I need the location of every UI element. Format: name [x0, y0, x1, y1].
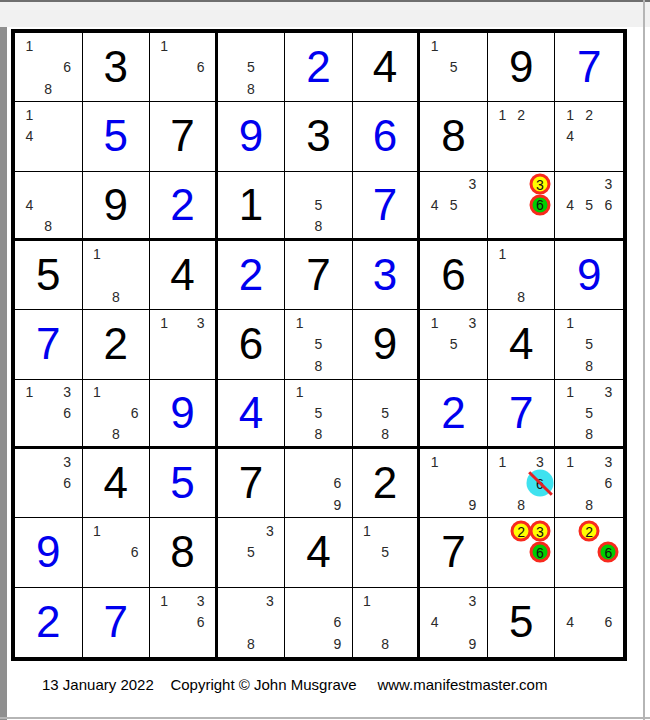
given-digit-r4c3[interactable]: 4: [150, 241, 218, 310]
candidate-3: 3: [463, 174, 482, 195]
green-circle-icon: 6: [530, 542, 551, 563]
cell-r1c3[interactable]: 16: [150, 33, 218, 102]
cell-r3c9[interactable]: 3456: [555, 172, 623, 241]
cell-r1c1[interactable]: 168: [15, 33, 83, 102]
cell-r5c3[interactable]: 13: [150, 310, 218, 379]
candidate-8: 8: [580, 423, 599, 444]
candidate-2-highlight-yellow: 2: [580, 520, 599, 541]
cell-r7c5[interactable]: 69: [285, 449, 353, 518]
candidate-5: 5: [444, 56, 463, 77]
candidate-1: 1: [358, 520, 376, 541]
candidate-3: 3: [58, 382, 77, 403]
candidate-1: 1: [88, 382, 107, 403]
solved-digit-r2c6[interactable]: 6: [353, 102, 421, 171]
candidate-1: 1: [560, 451, 579, 472]
cell-r8c9[interactable]: 26: [555, 518, 623, 587]
candidate-6-highlight-cyan: 6: [531, 472, 550, 493]
given-digit-r5c2[interactable]: 2: [83, 310, 151, 379]
candidate-1: 1: [88, 520, 107, 541]
candidate-6: 6: [191, 611, 209, 633]
candidate-8: 8: [39, 215, 58, 236]
yellow-circle-icon: 3: [530, 174, 551, 195]
cell-r8c4[interactable]: 35: [218, 518, 286, 587]
candidate-2: 2: [580, 104, 599, 125]
cell-r2c1[interactable]: 14: [15, 102, 83, 171]
cell-r3c8[interactable]: 36: [488, 172, 556, 241]
cell-r8c6[interactable]: 15: [353, 518, 421, 587]
given-digit-r8c5[interactable]: 4: [285, 518, 353, 587]
candidate-5: 5: [444, 194, 463, 215]
candidate-1: 1: [290, 382, 309, 403]
solved-digit-r4c4[interactable]: 2: [218, 241, 286, 310]
candidate-6: 6: [599, 194, 618, 215]
cell-r9c9[interactable]: 46: [555, 588, 623, 657]
yellow-circle-icon: 2: [511, 521, 532, 542]
candidate-1: 1: [425, 312, 444, 333]
cell-r5c5[interactable]: 158: [285, 310, 353, 379]
candidate-1: 1: [155, 590, 173, 612]
solved-digit-r3c6[interactable]: 7: [353, 172, 421, 241]
candidate-3-highlight-yellow: 3: [531, 520, 550, 541]
candidate-1: 1: [560, 104, 579, 125]
cell-r6c1[interactable]: 136: [15, 380, 83, 449]
candidate-3: 3: [599, 451, 618, 472]
candidate-6: 6: [599, 472, 618, 493]
solved-digit-r4c6[interactable]: 3: [353, 241, 421, 310]
candidate-8: 8: [309, 423, 328, 444]
candidate-1: 1: [155, 312, 173, 333]
candidate-8: 8: [39, 78, 58, 99]
solved-digit-r9c1[interactable]: 2: [15, 588, 83, 657]
solved-digit-r1c9[interactable]: 7: [555, 33, 623, 102]
candidate-9: 9: [463, 633, 482, 655]
candidate-6-highlight-green: 6: [599, 542, 618, 563]
candidate-3: 3: [599, 174, 618, 195]
candidate-4: 4: [560, 126, 579, 147]
given-digit-r5c6[interactable]: 9: [353, 310, 421, 379]
given-digit-r2c5[interactable]: 3: [285, 102, 353, 171]
candidate-5: 5: [309, 334, 328, 355]
candidate-6-highlight-green: 6: [531, 542, 550, 563]
candidate-5: 5: [376, 402, 394, 423]
candidate-3-highlight-yellow: 3: [531, 174, 550, 195]
solved-digit-r1c5[interactable]: 2: [285, 33, 353, 102]
given-digit-r2c7[interactable]: 8: [420, 102, 488, 171]
yellow-circle-icon: 3: [530, 521, 551, 542]
candidate-3: 3: [463, 590, 482, 612]
window-bottom-edge: [0, 717, 650, 719]
given-digit-r1c8[interactable]: 9: [488, 33, 556, 102]
cell-r7c8[interactable]: 1368: [488, 449, 556, 518]
given-digit-r7c4[interactable]: 7: [218, 449, 286, 518]
cell-r7c7[interactable]: 19: [420, 449, 488, 518]
candidate-1: 1: [290, 312, 309, 333]
candidate-8: 8: [309, 215, 328, 236]
candidate-5: 5: [580, 402, 599, 423]
cell-r6c2[interactable]: 168: [83, 380, 151, 449]
window-left-edge: [0, 27, 7, 720]
cell-r9c3[interactable]: 136: [150, 588, 218, 657]
candidate-8: 8: [106, 423, 125, 444]
candidate-3: 3: [260, 520, 279, 541]
solved-digit-r5c1[interactable]: 7: [15, 310, 83, 379]
candidate-8: 8: [242, 633, 261, 655]
candidate-6: 6: [58, 402, 77, 423]
cyan-circle-icon: 6: [527, 470, 554, 497]
candidate-4: 4: [560, 194, 579, 215]
given-digit-r4c5[interactable]: 7: [285, 241, 353, 310]
cell-r2c8[interactable]: 12: [488, 102, 556, 171]
candidate-6: 6: [599, 611, 618, 633]
candidate-6: 6: [328, 611, 347, 633]
solved-digit-r6c7[interactable]: 2: [420, 380, 488, 449]
candidate-3: 3: [599, 382, 618, 403]
candidate-4: 4: [20, 126, 39, 147]
solved-digit-r6c8[interactable]: 7: [488, 380, 556, 449]
candidate-8: 8: [512, 494, 531, 515]
cell-r7c9[interactable]: 1368: [555, 449, 623, 518]
given-digit-r5c8[interactable]: 4: [488, 310, 556, 379]
candidate-4: 4: [425, 611, 444, 633]
given-digit-r4c7[interactable]: 6: [420, 241, 488, 310]
solved-digit-r7c3[interactable]: 5: [150, 449, 218, 518]
cell-r4c2[interactable]: 18: [83, 241, 151, 310]
solved-digit-r2c2[interactable]: 5: [83, 102, 151, 171]
candidate-8: 8: [309, 355, 328, 376]
cell-r6c5[interactable]: 158: [285, 380, 353, 449]
cell-r4c8[interactable]: 18: [488, 241, 556, 310]
candidate-1: 1: [20, 104, 39, 125]
given-digit-r4c1[interactable]: 5: [15, 241, 83, 310]
candidate-6: 6: [125, 402, 144, 423]
cell-r9c4[interactable]: 38: [218, 588, 286, 657]
candidate-1: 1: [20, 35, 39, 56]
candidate-2-highlight-yellow: 2: [512, 520, 531, 541]
cell-r6c6[interactable]: 58: [353, 380, 421, 449]
given-digit-r3c2[interactable]: 9: [83, 172, 151, 241]
solved-digit-r6c3[interactable]: 9: [150, 380, 218, 449]
candidate-6: 6: [58, 472, 77, 493]
given-digit-r5c4[interactable]: 6: [218, 310, 286, 379]
candidate-1: 1: [358, 590, 376, 612]
candidate-1: 1: [425, 451, 444, 472]
candidate-1: 1: [20, 382, 39, 403]
candidate-4: 4: [20, 194, 39, 215]
candidate-5: 5: [309, 194, 328, 215]
candidate-1: 1: [88, 243, 107, 264]
cell-r3c1[interactable]: 48: [15, 172, 83, 241]
given-digit-r8c7[interactable]: 7: [420, 518, 488, 587]
given-digit-r7c6[interactable]: 2: [353, 449, 421, 518]
cell-r8c2[interactable]: 16: [83, 518, 151, 587]
candidate-8: 8: [376, 633, 394, 655]
candidate-6-highlight-green: 6: [531, 194, 550, 215]
sudoku-board: 1683165824159714579368121244892158734536…: [11, 29, 627, 661]
given-digit-r8c3[interactable]: 8: [150, 518, 218, 587]
candidate-1: 1: [493, 451, 512, 472]
candidate-5: 5: [444, 334, 463, 355]
cell-r2c9[interactable]: 124: [555, 102, 623, 171]
footer-caption: 13 January 2022 Copyright © John Musgrav…: [42, 676, 547, 693]
given-digit-r7c2[interactable]: 4: [83, 449, 151, 518]
candidate-3: 3: [260, 590, 279, 612]
cell-r3c5[interactable]: 58: [285, 172, 353, 241]
candidate-8: 8: [580, 355, 599, 376]
candidate-1: 1: [425, 35, 444, 56]
given-digit-r3c4[interactable]: 1: [218, 172, 286, 241]
candidate-8: 8: [242, 78, 261, 99]
solved-digit-r2c4[interactable]: 9: [218, 102, 286, 171]
candidate-4: 4: [560, 611, 579, 633]
candidate-8: 8: [512, 286, 531, 307]
candidate-8: 8: [106, 286, 125, 307]
candidate-1: 1: [560, 382, 579, 403]
candidate-5: 5: [309, 402, 328, 423]
candidate-1: 1: [155, 35, 173, 56]
candidate-9: 9: [463, 494, 482, 515]
candidate-1: 1: [493, 104, 512, 125]
solved-digit-r6c4[interactable]: 4: [218, 380, 286, 449]
candidate-5: 5: [242, 542, 261, 563]
cell-r9c6[interactable]: 18: [353, 588, 421, 657]
solved-digit-r4c9[interactable]: 9: [555, 241, 623, 310]
cell-r1c4[interactable]: 58: [218, 33, 286, 102]
green-circle-icon: 6: [598, 542, 619, 563]
candidate-3: 3: [58, 451, 77, 472]
solved-digit-r8c1[interactable]: 9: [15, 518, 83, 587]
window-right-edge: [643, 0, 645, 720]
candidate-3: 3: [463, 312, 482, 333]
candidate-6: 6: [125, 542, 144, 563]
candidate-2: 2: [512, 104, 531, 125]
candidate-1: 1: [560, 312, 579, 333]
candidate-8: 8: [376, 423, 394, 444]
given-digit-r1c6[interactable]: 4: [353, 33, 421, 102]
candidate-5: 5: [376, 542, 394, 563]
cell-r1c7[interactable]: 15: [420, 33, 488, 102]
given-digit-r2c3[interactable]: 7: [150, 102, 218, 171]
candidate-4: 4: [425, 194, 444, 215]
given-digit-r9c8[interactable]: 5: [488, 588, 556, 657]
green-circle-icon: 6: [530, 194, 551, 215]
solved-digit-r3c3[interactable]: 2: [150, 172, 218, 241]
candidate-3: 3: [191, 590, 209, 612]
given-digit-r1c2[interactable]: 3: [83, 33, 151, 102]
candidate-9: 9: [328, 633, 347, 655]
candidate-5: 5: [580, 194, 599, 215]
cell-r5c9[interactable]: 158: [555, 310, 623, 379]
cell-r9c7[interactable]: 349: [420, 588, 488, 657]
candidate-6: 6: [328, 472, 347, 493]
candidate-5: 5: [580, 334, 599, 355]
window-top-bar: [0, 2, 650, 27]
solved-digit-r9c2[interactable]: 7: [83, 588, 151, 657]
cell-r3c7[interactable]: 345: [420, 172, 488, 241]
candidate-3: 3: [191, 312, 209, 333]
cell-r5c7[interactable]: 135: [420, 310, 488, 379]
cell-r7c1[interactable]: 36: [15, 449, 83, 518]
cell-r6c9[interactable]: 1358: [555, 380, 623, 449]
cell-r9c5[interactable]: 69: [285, 588, 353, 657]
yellow-circle-icon: 2: [579, 521, 600, 542]
candidate-9: 9: [328, 494, 347, 515]
cell-r8c8[interactable]: 236: [488, 518, 556, 587]
candidate-6: 6: [191, 56, 209, 77]
candidate-1: 1: [493, 243, 512, 264]
candidate-5: 5: [242, 56, 261, 77]
candidate-6: 6: [58, 56, 77, 77]
candidate-8: 8: [580, 494, 599, 515]
